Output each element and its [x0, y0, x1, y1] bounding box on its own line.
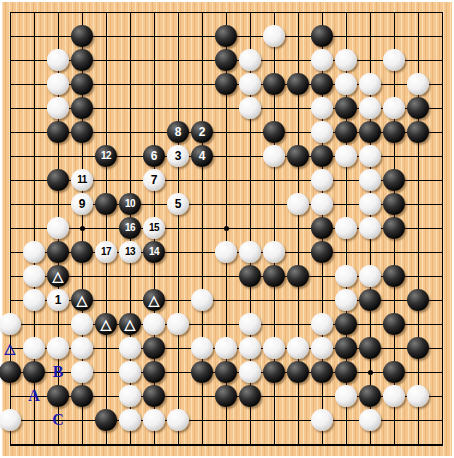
stone-white[interactable] [359, 145, 381, 167]
stone-black[interactable] [95, 193, 117, 215]
stone-white[interactable] [263, 25, 285, 47]
stone-white[interactable] [335, 49, 357, 71]
stone-black[interactable] [215, 49, 237, 71]
stone-white[interactable] [335, 73, 357, 95]
stone-black[interactable] [287, 73, 309, 95]
stone-black[interactable] [95, 409, 117, 431]
stone-white[interactable] [407, 73, 429, 95]
letter-label: C [46, 408, 70, 432]
stone-black[interactable] [383, 193, 405, 215]
stone-white[interactable] [215, 241, 237, 263]
stone-black[interactable] [335, 313, 357, 335]
move-number: 9 [79, 198, 86, 210]
move-number: 2 [199, 126, 206, 138]
stone-white[interactable] [311, 313, 333, 335]
stone-black[interactable] [335, 121, 357, 143]
stone-white[interactable] [239, 337, 261, 359]
stone-black[interactable] [263, 121, 285, 143]
stone-black[interactable]: △ [119, 313, 141, 335]
stone-white[interactable] [359, 265, 381, 287]
stone-black[interactable] [359, 385, 381, 407]
triangle-mark-icon: △ [149, 293, 160, 307]
stone-black[interactable]: △ [71, 289, 93, 311]
move-number: 17 [101, 247, 111, 257]
stone-white[interactable] [359, 169, 381, 191]
stone-white[interactable]: 9 [71, 193, 93, 215]
stone-black[interactable] [71, 25, 93, 47]
stone-black[interactable] [311, 25, 333, 47]
stone-black[interactable] [143, 337, 165, 359]
stone-white[interactable]: 13 [119, 241, 141, 263]
stone-black[interactable] [383, 217, 405, 239]
stone-black[interactable] [311, 145, 333, 167]
stone-black[interactable] [71, 121, 93, 143]
stone-black[interactable] [383, 169, 405, 191]
stone-black[interactable] [47, 169, 69, 191]
stone-black[interactable] [311, 73, 333, 95]
stone-white[interactable] [311, 49, 333, 71]
stone-white[interactable] [311, 337, 333, 359]
stone-white[interactable] [167, 313, 189, 335]
stone-black[interactable]: 4 [191, 145, 213, 167]
move-number: 12 [101, 151, 111, 161]
stone-white[interactable] [47, 337, 69, 359]
stone-black[interactable] [383, 313, 405, 335]
stone-white[interactable] [239, 49, 261, 71]
stone-white[interactable] [23, 265, 45, 287]
move-number: 13 [125, 247, 135, 257]
stone-black[interactable] [287, 361, 309, 383]
stone-black[interactable]: △ [47, 265, 69, 287]
letter-label: A [22, 384, 46, 408]
move-number: 14 [149, 247, 159, 257]
page: { "game": "go", "board": { "size": 19, "… [0, 0, 454, 458]
stone-black[interactable] [71, 97, 93, 119]
stone-white[interactable] [143, 409, 165, 431]
stone-white[interactable] [119, 361, 141, 383]
stone-white[interactable] [407, 385, 429, 407]
stone-white[interactable] [215, 337, 237, 359]
move-number: 16 [125, 223, 135, 233]
stone-black[interactable] [71, 49, 93, 71]
triangle-mark-icon: △ [101, 317, 112, 331]
stone-white[interactable] [191, 337, 213, 359]
stone-black[interactable]: 14 [143, 241, 165, 263]
letter-label: B [46, 360, 70, 384]
grid-line-vertical [442, 12, 443, 445]
stone-black[interactable] [335, 97, 357, 119]
move-number: 8 [175, 126, 182, 138]
stone-black[interactable] [407, 97, 429, 119]
stone-black[interactable] [191, 361, 213, 383]
stone-white[interactable] [263, 145, 285, 167]
stone-black[interactable] [239, 385, 261, 407]
move-number: 11 [77, 175, 87, 185]
move-number: 6 [151, 150, 158, 162]
stone-white[interactable] [0, 313, 21, 335]
stone-black[interactable] [311, 361, 333, 383]
move-number: 5 [175, 198, 182, 210]
stone-white[interactable] [47, 73, 69, 95]
stone-white[interactable] [167, 409, 189, 431]
stone-black[interactable]: △ [143, 289, 165, 311]
stone-black[interactable] [263, 73, 285, 95]
stone-white[interactable] [239, 97, 261, 119]
stone-white[interactable] [359, 409, 381, 431]
stone-black[interactable] [47, 385, 69, 407]
stone-white[interactable] [311, 193, 333, 215]
stone-white[interactable] [359, 97, 381, 119]
stone-black[interactable] [23, 361, 45, 383]
stone-white[interactable] [311, 97, 333, 119]
hoshi-dot [368, 370, 373, 375]
stone-white[interactable]: 5 [167, 193, 189, 215]
triangle-mark-icon: △ [77, 293, 88, 307]
stone-black[interactable] [215, 361, 237, 383]
grid-line-horizontal [10, 444, 443, 446]
triangle-mark-icon: △ [53, 269, 64, 283]
stone-white[interactable] [383, 97, 405, 119]
stone-black[interactable]: 12 [95, 145, 117, 167]
stone-black[interactable] [0, 361, 21, 383]
stone-white[interactable] [71, 313, 93, 335]
stone-black[interactable] [47, 241, 69, 263]
stone-black[interactable] [143, 385, 165, 407]
stone-black[interactable] [407, 121, 429, 143]
stone-white[interactable] [23, 337, 45, 359]
stone-white[interactable] [335, 385, 357, 407]
stone-white[interactable] [47, 49, 69, 71]
stone-black[interactable]: 10 [119, 193, 141, 215]
stone-black[interactable] [311, 241, 333, 263]
stone-white[interactable] [263, 241, 285, 263]
stone-white[interactable] [239, 361, 261, 383]
stone-white[interactable] [335, 289, 357, 311]
stone-white[interactable] [359, 217, 381, 239]
stone-black[interactable]: 6 [143, 145, 165, 167]
stone-white[interactable] [359, 73, 381, 95]
stone-black[interactable] [359, 121, 381, 143]
stone-black[interactable] [71, 241, 93, 263]
stone-black[interactable] [239, 265, 261, 287]
stone-black[interactable] [383, 121, 405, 143]
stone-white[interactable]: 11 [71, 169, 93, 191]
stone-white[interactable] [287, 337, 309, 359]
stone-white[interactable] [119, 337, 141, 359]
hoshi-dot [80, 226, 85, 231]
stone-black[interactable] [263, 265, 285, 287]
empty-point-triangle-icon: △ [0, 336, 22, 360]
stone-white[interactable] [239, 313, 261, 335]
stone-white[interactable] [311, 409, 333, 431]
stone-white[interactable] [239, 241, 261, 263]
stone-black[interactable] [143, 361, 165, 383]
stone-black[interactable]: △ [95, 313, 117, 335]
stone-black[interactable] [215, 385, 237, 407]
stone-black[interactable]: 16 [119, 217, 141, 239]
stone-white[interactable] [23, 241, 45, 263]
stone-white[interactable] [383, 385, 405, 407]
stone-white[interactable]: 17 [95, 241, 117, 263]
move-number: 10 [125, 199, 135, 209]
stone-white[interactable] [47, 217, 69, 239]
stone-black[interactable] [287, 265, 309, 287]
stone-black[interactable] [71, 73, 93, 95]
stone-white[interactable] [335, 217, 357, 239]
stone-white[interactable]: 3 [167, 145, 189, 167]
stone-white[interactable] [311, 169, 333, 191]
stone-black[interactable] [215, 73, 237, 95]
stone-black[interactable] [335, 361, 357, 383]
stone-black[interactable] [383, 265, 405, 287]
stone-white[interactable] [383, 49, 405, 71]
stone-black[interactable] [383, 361, 405, 383]
stone-black[interactable] [71, 385, 93, 407]
stone-white[interactable] [143, 313, 165, 335]
triangle-mark-icon: △ [125, 317, 136, 331]
move-number: 7 [151, 174, 158, 186]
stone-black[interactable] [215, 25, 237, 47]
stone-white[interactable] [71, 361, 93, 383]
stone-black[interactable] [407, 289, 429, 311]
stone-white[interactable] [119, 409, 141, 431]
stone-white[interactable] [239, 73, 261, 95]
stone-black[interactable] [359, 289, 381, 311]
stone-black[interactable] [287, 145, 309, 167]
stone-white[interactable] [119, 385, 141, 407]
stone-white[interactable] [311, 121, 333, 143]
go-board[interactable]: 821263411791051615171314△1△△△△△ABC [2, 2, 452, 456]
stone-white[interactable] [23, 289, 45, 311]
stone-white[interactable]: 7 [143, 169, 165, 191]
stone-white[interactable] [191, 289, 213, 311]
stone-black[interactable] [263, 361, 285, 383]
move-number: 15 [149, 223, 159, 233]
stone-black[interactable] [311, 217, 333, 239]
hoshi-dot [224, 226, 229, 231]
stone-white[interactable] [71, 337, 93, 359]
stone-white[interactable] [359, 193, 381, 215]
stone-white[interactable] [263, 337, 285, 359]
stone-white[interactable] [287, 193, 309, 215]
stone-white[interactable] [47, 97, 69, 119]
stone-black[interactable] [47, 121, 69, 143]
stone-black[interactable] [335, 337, 357, 359]
stone-white[interactable]: 1 [47, 289, 69, 311]
move-number: 3 [175, 150, 182, 162]
stone-white[interactable]: 15 [143, 217, 165, 239]
move-number: 4 [199, 150, 206, 162]
stone-white[interactable] [0, 409, 21, 431]
move-number: 1 [55, 294, 62, 306]
stone-black[interactable]: 2 [191, 121, 213, 143]
stone-black[interactable] [407, 337, 429, 359]
stone-black[interactable] [359, 337, 381, 359]
stone-black[interactable]: 8 [167, 121, 189, 143]
stone-white[interactable] [335, 145, 357, 167]
stone-white[interactable] [335, 265, 357, 287]
